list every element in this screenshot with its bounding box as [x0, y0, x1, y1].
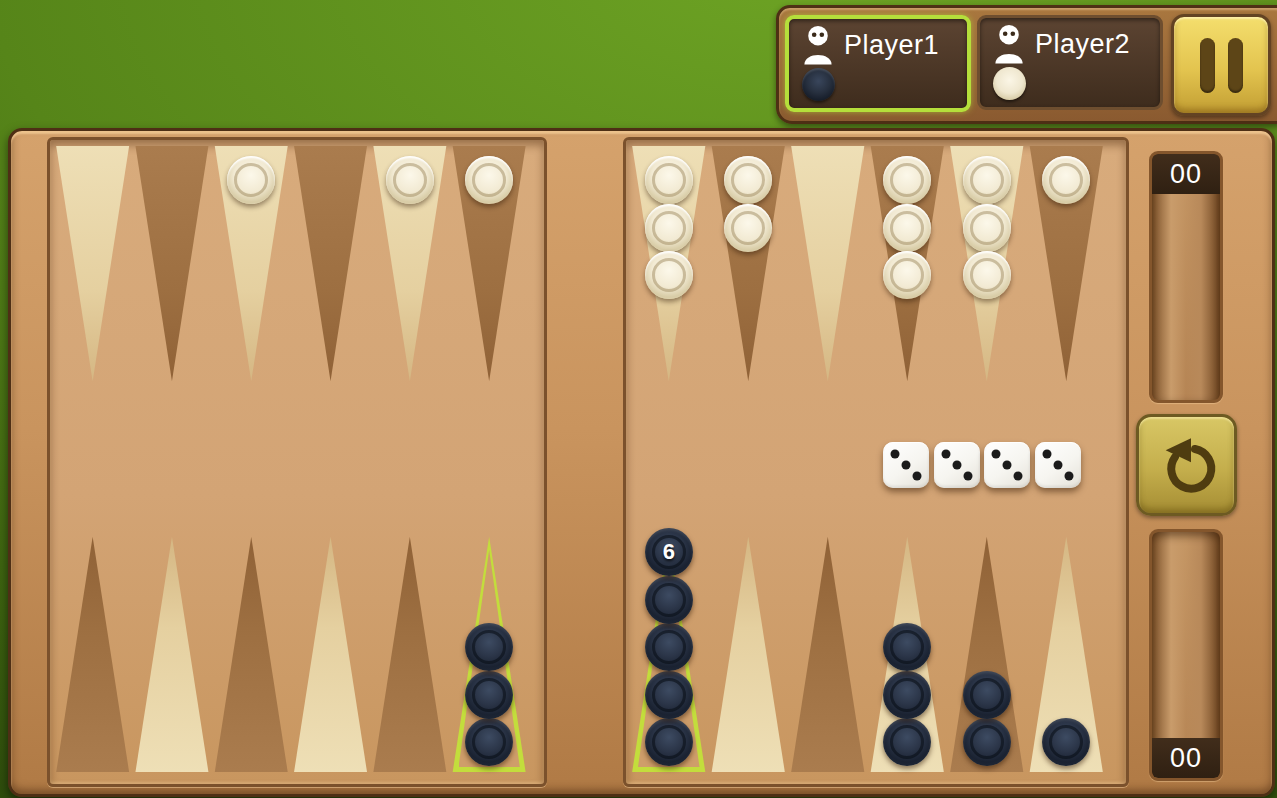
checker-white-point-23[interactable]	[963, 251, 1011, 299]
checker-black-point-6[interactable]	[645, 576, 693, 624]
die-1-value-3[interactable]	[883, 442, 929, 488]
point-9[interactable]	[291, 532, 370, 772]
die-3-value-3[interactable]	[984, 442, 1030, 488]
checker-black-point-3[interactable]	[883, 718, 931, 766]
checker-black-point-2[interactable]	[963, 718, 1011, 766]
checker-white-point-20[interactable]	[724, 204, 772, 252]
die-pip	[941, 449, 950, 458]
piece-layer: 6	[0, 0, 1277, 798]
die-pip	[913, 472, 922, 481]
die-4-value-3[interactable]	[1035, 442, 1081, 488]
checker-white-point-19[interactable]	[645, 204, 693, 252]
checker-white-point-22[interactable]	[883, 156, 931, 204]
die-pip	[1003, 461, 1012, 470]
point-4[interactable]	[788, 532, 868, 772]
die-2-value-3[interactable]	[934, 442, 980, 488]
point-21[interactable]	[788, 146, 868, 386]
die-pip	[963, 472, 972, 481]
checker-white-point-20[interactable]	[724, 156, 772, 204]
checker-black-point-2[interactable]	[963, 671, 1011, 719]
checker-black-point-7[interactable]	[465, 718, 513, 766]
die-pip	[1043, 449, 1052, 458]
checker-white-point-19[interactable]	[645, 156, 693, 204]
point-13[interactable]	[53, 146, 132, 386]
point-11[interactable]	[132, 532, 211, 772]
checker-white-point-22[interactable]	[883, 204, 931, 252]
die-pip	[1054, 461, 1063, 470]
die-pip	[952, 461, 961, 470]
die-pip	[992, 449, 1001, 458]
checker-white-point-15[interactable]	[227, 156, 275, 204]
point-16[interactable]	[291, 146, 370, 386]
point-5[interactable]	[709, 532, 789, 772]
checker-black-point-6[interactable]	[645, 623, 693, 671]
checker-black-point-3[interactable]	[883, 623, 931, 671]
point-8[interactable]	[370, 532, 449, 772]
point-10[interactable]	[212, 532, 291, 772]
game-screen: Player1 Player2 00	[0, 0, 1277, 798]
checker-white-point-23[interactable]	[963, 204, 1011, 252]
checker-black-point-3[interactable]	[883, 671, 931, 719]
die-pip	[1065, 472, 1074, 481]
checker-white-point-19[interactable]	[645, 251, 693, 299]
checker-white-point-22[interactable]	[883, 251, 931, 299]
checker-black-point-6[interactable]: 6	[645, 528, 693, 576]
checker-white-point-24[interactable]	[1042, 156, 1090, 204]
point-14[interactable]	[132, 146, 211, 386]
die-pip	[902, 461, 911, 470]
checker-black-point-6[interactable]	[645, 718, 693, 766]
checker-black-point-6[interactable]	[645, 671, 693, 719]
checker-black-point-7[interactable]	[465, 623, 513, 671]
point-12[interactable]	[53, 532, 132, 772]
stack-count-badge: 6	[645, 528, 693, 576]
die-pip	[1014, 472, 1023, 481]
checker-white-point-23[interactable]	[963, 156, 1011, 204]
checker-black-point-7[interactable]	[465, 671, 513, 719]
checker-white-point-17[interactable]	[386, 156, 434, 204]
checker-black-point-1[interactable]	[1042, 718, 1090, 766]
die-pip	[890, 449, 899, 458]
checker-white-point-18[interactable]	[465, 156, 513, 204]
